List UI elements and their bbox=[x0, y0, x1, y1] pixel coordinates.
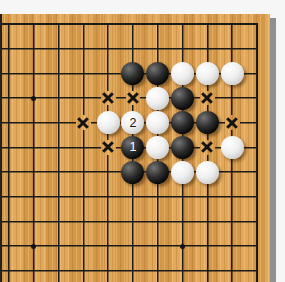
white-stone bbox=[146, 136, 169, 159]
board-intersection[interactable] bbox=[0, 259, 21, 282]
board-intersection[interactable] bbox=[71, 234, 96, 259]
board-intersection[interactable] bbox=[220, 61, 245, 86]
board-intersection[interactable] bbox=[245, 259, 270, 282]
board-intersection[interactable] bbox=[145, 86, 170, 111]
board-intersection[interactable] bbox=[21, 86, 46, 111]
board-intersection[interactable] bbox=[96, 209, 121, 234]
board-intersection[interactable] bbox=[220, 234, 245, 259]
board-intersection[interactable] bbox=[220, 209, 245, 234]
board-intersection[interactable] bbox=[121, 184, 146, 209]
board-intersection[interactable] bbox=[71, 135, 96, 160]
board-intersection[interactable] bbox=[71, 61, 96, 86]
board-intersection[interactable] bbox=[96, 259, 121, 282]
board-intersection[interactable] bbox=[0, 209, 21, 234]
star-point bbox=[180, 244, 185, 249]
board-intersection[interactable] bbox=[21, 61, 46, 86]
x-mark-icon bbox=[96, 135, 120, 159]
board-intersection[interactable] bbox=[245, 184, 270, 209]
board-intersection[interactable] bbox=[245, 14, 270, 36]
x-mark-icon bbox=[195, 135, 219, 159]
board-intersection[interactable]: 1 bbox=[121, 135, 146, 160]
board-intersection[interactable] bbox=[0, 110, 21, 135]
board-intersection[interactable] bbox=[121, 61, 146, 86]
move-number-label: 1 bbox=[130, 141, 137, 154]
white-stone bbox=[221, 62, 244, 85]
board-intersection[interactable] bbox=[46, 86, 71, 111]
board-intersection[interactable] bbox=[170, 110, 195, 135]
board-intersection[interactable] bbox=[220, 259, 245, 282]
board-intersection[interactable] bbox=[0, 86, 21, 111]
board-intersection[interactable] bbox=[195, 160, 220, 185]
board-intersection[interactable] bbox=[245, 110, 270, 135]
board-intersection[interactable] bbox=[170, 160, 195, 185]
board-intersection[interactable] bbox=[220, 86, 245, 111]
board-shadow bbox=[270, 18, 276, 282]
board-intersection[interactable] bbox=[121, 86, 146, 111]
board-intersection[interactable] bbox=[145, 259, 170, 282]
board-grid: 21 bbox=[0, 14, 269, 282]
board-intersection[interactable] bbox=[220, 160, 245, 185]
star-point bbox=[31, 244, 36, 249]
board-intersection[interactable] bbox=[46, 234, 71, 259]
board-intersection[interactable] bbox=[46, 160, 71, 185]
board-intersection[interactable] bbox=[46, 209, 71, 234]
board-intersection[interactable] bbox=[96, 184, 121, 209]
board-intersection[interactable] bbox=[220, 184, 245, 209]
board-intersection[interactable] bbox=[145, 209, 170, 234]
board-intersection[interactable] bbox=[245, 135, 270, 160]
board-intersection[interactable] bbox=[71, 259, 96, 282]
board-intersection[interactable] bbox=[96, 14, 121, 36]
board-intersection[interactable] bbox=[145, 110, 170, 135]
x-mark-icon bbox=[220, 111, 244, 135]
board-intersection[interactable] bbox=[96, 160, 121, 185]
go-board: 21 bbox=[0, 14, 270, 282]
black-stone bbox=[196, 111, 219, 134]
board-intersection[interactable] bbox=[21, 14, 46, 36]
board-intersection[interactable] bbox=[46, 110, 71, 135]
board-intersection[interactable] bbox=[220, 36, 245, 61]
board-intersection[interactable] bbox=[0, 36, 21, 61]
board-intersection[interactable] bbox=[145, 36, 170, 61]
star-point bbox=[31, 96, 36, 101]
black-stone bbox=[121, 161, 144, 184]
white-stone bbox=[97, 111, 120, 134]
board-intersection[interactable] bbox=[121, 234, 146, 259]
board-intersection[interactable] bbox=[195, 14, 220, 36]
board-intersection[interactable] bbox=[21, 209, 46, 234]
board-intersection[interactable] bbox=[170, 86, 195, 111]
board-intersection[interactable] bbox=[145, 234, 170, 259]
board-intersection[interactable] bbox=[195, 61, 220, 86]
board-intersection[interactable] bbox=[195, 259, 220, 282]
board-intersection[interactable] bbox=[170, 14, 195, 36]
board-intersection[interactable] bbox=[195, 209, 220, 234]
black-stone bbox=[171, 111, 194, 134]
board-intersection[interactable] bbox=[71, 36, 96, 61]
board-intersection[interactable] bbox=[121, 14, 146, 36]
white-stone bbox=[171, 62, 194, 85]
white-stone bbox=[146, 87, 169, 110]
board-intersection[interactable] bbox=[46, 14, 71, 36]
board-intersection[interactable] bbox=[0, 14, 21, 36]
board-intersection[interactable] bbox=[96, 36, 121, 61]
board-intersection[interactable] bbox=[71, 184, 96, 209]
page: 21 bbox=[0, 0, 285, 282]
board-intersection[interactable] bbox=[21, 110, 46, 135]
x-mark-icon bbox=[121, 86, 145, 110]
board-intersection[interactable] bbox=[145, 184, 170, 209]
board-intersection[interactable] bbox=[21, 184, 46, 209]
board-intersection[interactable] bbox=[195, 36, 220, 61]
board-intersection[interactable] bbox=[170, 135, 195, 160]
board-intersection[interactable] bbox=[46, 36, 71, 61]
white-stone bbox=[221, 136, 244, 159]
x-mark-icon bbox=[195, 86, 219, 110]
board-intersection[interactable] bbox=[121, 36, 146, 61]
board-intersection[interactable] bbox=[71, 160, 96, 185]
board-intersection[interactable] bbox=[220, 14, 245, 36]
board-crop-edge bbox=[0, 14, 2, 282]
board-intersection[interactable] bbox=[96, 234, 121, 259]
black-stone bbox=[171, 87, 194, 110]
board-intersection[interactable] bbox=[121, 259, 146, 282]
board-intersection[interactable] bbox=[220, 135, 245, 160]
board-intersection[interactable] bbox=[195, 110, 220, 135]
board-intersection[interactable] bbox=[0, 234, 21, 259]
board-intersection[interactable] bbox=[145, 135, 170, 160]
board-intersection[interactable]: 2 bbox=[121, 110, 146, 135]
board-intersection[interactable] bbox=[46, 184, 71, 209]
board-intersection[interactable] bbox=[46, 61, 71, 86]
board-intersection[interactable] bbox=[195, 234, 220, 259]
board-intersection[interactable] bbox=[195, 135, 220, 160]
board-intersection[interactable] bbox=[245, 36, 270, 61]
board-intersection[interactable] bbox=[96, 135, 121, 160]
board-intersection[interactable] bbox=[121, 209, 146, 234]
board-intersection[interactable] bbox=[170, 184, 195, 209]
board-intersection[interactable] bbox=[71, 86, 96, 111]
board-intersection[interactable] bbox=[0, 160, 21, 185]
board-intersection[interactable] bbox=[0, 135, 21, 160]
board-intersection[interactable] bbox=[96, 110, 121, 135]
white-stone bbox=[171, 161, 194, 184]
board-intersection[interactable] bbox=[0, 184, 21, 209]
board-intersection[interactable] bbox=[195, 184, 220, 209]
board-intersection[interactable] bbox=[245, 234, 270, 259]
board-intersection[interactable] bbox=[170, 209, 195, 234]
board-intersection[interactable] bbox=[245, 160, 270, 185]
board-intersection[interactable] bbox=[0, 61, 21, 86]
black-stone bbox=[146, 62, 169, 85]
board-intersection[interactable] bbox=[245, 209, 270, 234]
move-number-label: 2 bbox=[130, 117, 137, 130]
board-intersection[interactable] bbox=[21, 259, 46, 282]
board-intersection[interactable] bbox=[71, 110, 96, 135]
board-intersection[interactable] bbox=[21, 234, 46, 259]
white-stone bbox=[196, 62, 219, 85]
board-intersection[interactable] bbox=[170, 36, 195, 61]
board-intersection[interactable] bbox=[46, 259, 71, 282]
board-intersection[interactable] bbox=[71, 14, 96, 36]
white-stone: 2 bbox=[121, 111, 144, 134]
board-intersection[interactable] bbox=[170, 61, 195, 86]
x-mark-icon bbox=[96, 86, 120, 110]
board-intersection[interactable] bbox=[245, 86, 270, 111]
x-mark-icon bbox=[71, 111, 95, 135]
board-intersection[interactable] bbox=[145, 61, 170, 86]
board-intersection[interactable] bbox=[170, 234, 195, 259]
board-intersection[interactable] bbox=[21, 160, 46, 185]
board-intersection[interactable] bbox=[96, 86, 121, 111]
board-intersection[interactable] bbox=[21, 135, 46, 160]
black-stone bbox=[121, 62, 144, 85]
black-stone bbox=[146, 161, 169, 184]
board-intersection[interactable] bbox=[195, 86, 220, 111]
black-stone: 1 bbox=[121, 136, 144, 159]
board-intersection[interactable] bbox=[145, 160, 170, 185]
board-intersection[interactable] bbox=[46, 135, 71, 160]
board-intersection[interactable] bbox=[245, 61, 270, 86]
white-stone bbox=[196, 161, 219, 184]
board-intersection[interactable] bbox=[96, 61, 121, 86]
board-intersection[interactable] bbox=[145, 14, 170, 36]
board-intersection[interactable] bbox=[21, 36, 46, 61]
white-stone bbox=[146, 111, 169, 134]
black-stone bbox=[171, 136, 194, 159]
board-intersection[interactable] bbox=[71, 209, 96, 234]
board-intersection[interactable] bbox=[121, 160, 146, 185]
board-intersection[interactable] bbox=[220, 110, 245, 135]
board-intersection[interactable] bbox=[170, 259, 195, 282]
